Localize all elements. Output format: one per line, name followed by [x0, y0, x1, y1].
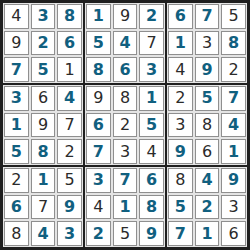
solved-digit: 9	[93, 90, 103, 106]
sudoku-cell[interactable]: 9	[221, 168, 246, 193]
sudoku-cell[interactable]: 2	[31, 31, 56, 56]
sudoku-cell[interactable]: 2	[195, 195, 220, 220]
sudoku-cell[interactable]: 1	[168, 31, 193, 56]
sudoku-cell[interactable]: 9	[195, 57, 220, 82]
sudoku-cell[interactable]: 4	[86, 195, 111, 220]
sudoku-cell[interactable]: 9	[57, 195, 82, 220]
sudoku-cell[interactable]: 4	[139, 139, 164, 164]
given-digit: 3	[93, 172, 104, 188]
sudoku-cell[interactable]: 7	[139, 31, 164, 56]
sudoku-cell[interactable]: 3	[168, 113, 193, 138]
given-digit: 6	[64, 35, 75, 51]
sudoku-cell[interactable]: 9	[139, 221, 164, 246]
given-digit: 1	[201, 226, 212, 242]
solved-digit: 2	[65, 144, 75, 160]
sudoku-cell[interactable]: 9	[31, 113, 56, 138]
solved-digit: 2	[175, 90, 185, 106]
sudoku-cell[interactable]: 6	[86, 113, 111, 138]
sudoku-cell[interactable]: 7	[113, 168, 138, 193]
solved-digit: 8	[11, 226, 21, 242]
sudoku-cell[interactable]: 9	[86, 86, 111, 111]
given-digit: 6	[11, 199, 22, 215]
sudoku-cell[interactable]: 6	[221, 221, 246, 246]
sudoku-cell[interactable]: 3	[31, 4, 56, 29]
given-digit: 3	[146, 62, 157, 78]
given-digit: 9	[146, 226, 157, 242]
given-digit: 1	[37, 172, 48, 188]
given-digit: 6	[175, 8, 186, 24]
sudoku-cell[interactable]: 8	[86, 57, 111, 82]
given-digit: 5	[93, 35, 104, 51]
solved-digit: 7	[65, 117, 75, 133]
solved-digit: 9	[38, 117, 48, 133]
sudoku-cell[interactable]: 3	[4, 86, 29, 111]
solved-digit: 4	[11, 8, 21, 24]
solved-digit: 8	[175, 172, 185, 188]
given-digit: 1	[175, 35, 186, 51]
given-digit: 3	[37, 8, 48, 24]
sudoku-box: 364197582	[3, 85, 83, 165]
solved-digit: 2	[229, 62, 239, 78]
given-digit: 6	[93, 117, 104, 133]
sudoku-cell[interactable]: 7	[168, 221, 193, 246]
sudoku-cell[interactable]: 8	[57, 4, 82, 29]
sudoku-cell[interactable]: 6	[31, 86, 56, 111]
given-digit: 7	[11, 62, 22, 78]
sudoku-cell[interactable]: 1	[139, 86, 164, 111]
solved-digit: 6	[229, 226, 239, 242]
sudoku-cell[interactable]: 7	[4, 57, 29, 82]
sudoku-cell[interactable]: 2	[221, 57, 246, 82]
given-digit: 7	[93, 144, 104, 160]
sudoku-cell[interactable]: 1	[113, 195, 138, 220]
sudoku-box: 438926751	[3, 3, 83, 83]
given-digit: 5	[37, 62, 48, 78]
sudoku-cell[interactable]: 3	[195, 31, 220, 56]
solved-digit: 2	[120, 117, 130, 133]
given-digit: 4	[201, 172, 212, 188]
solved-digit: 7	[38, 199, 48, 215]
sudoku-board: 4389267511925478636751384923641975829816…	[0, 0, 250, 250]
given-digit: 5	[11, 144, 22, 160]
given-digit: 9	[64, 199, 75, 215]
sudoku-cell[interactable]: 6	[57, 31, 82, 56]
given-digit: 4	[64, 90, 75, 106]
solved-digit: 1	[65, 62, 75, 78]
solved-digit: 3	[202, 35, 212, 51]
sudoku-cell[interactable]: 2	[4, 168, 29, 193]
given-digit: 7	[175, 226, 186, 242]
sudoku-cell[interactable]: 7	[221, 86, 246, 111]
solved-digit: 5	[65, 172, 75, 188]
sudoku-cell[interactable]: 6	[139, 168, 164, 193]
given-digit: 7	[201, 8, 212, 24]
solved-digit: 3	[229, 199, 239, 215]
sudoku-cell[interactable]: 8	[195, 113, 220, 138]
sudoku-cell[interactable]: 1	[31, 168, 56, 193]
sudoku-cell[interactable]: 5	[195, 86, 220, 111]
sudoku-cell[interactable]: 4	[195, 168, 220, 193]
sudoku-cell[interactable]: 2	[57, 139, 82, 164]
sudoku-cell[interactable]: 6	[4, 195, 29, 220]
sudoku-cell[interactable]: 5	[57, 168, 82, 193]
sudoku-cell[interactable]: 6	[168, 4, 193, 29]
given-digit: 3	[64, 226, 75, 242]
sudoku-cell[interactable]: 1	[221, 139, 246, 164]
given-digit: 1	[11, 117, 22, 133]
sudoku-box: 215679843	[3, 167, 83, 247]
solved-digit: 8	[120, 90, 130, 106]
sudoku-cell[interactable]: 2	[113, 113, 138, 138]
sudoku-cell[interactable]: 2	[86, 221, 111, 246]
solved-digit: 6	[202, 144, 212, 160]
given-digit: 8	[146, 199, 157, 215]
sudoku-box: 675138492	[167, 3, 247, 83]
sudoku-box: 376418259	[85, 167, 165, 247]
given-digit: 4	[37, 226, 48, 242]
sudoku-cell[interactable]: 3	[57, 221, 82, 246]
sudoku-cell[interactable]: 9	[168, 139, 193, 164]
given-digit: 1	[146, 90, 157, 106]
solved-digit: 5	[120, 226, 130, 242]
sudoku-cell[interactable]: 5	[168, 195, 193, 220]
sudoku-cell[interactable]: 8	[168, 168, 193, 193]
sudoku-cell[interactable]: 4	[57, 86, 82, 111]
sudoku-cell[interactable]: 6	[195, 139, 220, 164]
sudoku-cell[interactable]: 9	[4, 31, 29, 56]
sudoku-cell[interactable]: 3	[221, 195, 246, 220]
sudoku-cell[interactable]: 1	[195, 221, 220, 246]
sudoku-cell[interactable]: 1	[57, 57, 82, 82]
solved-digit: 4	[93, 199, 103, 215]
solved-digit: 4	[147, 144, 157, 160]
given-digit: 8	[37, 144, 48, 160]
solved-digit: 2	[11, 172, 21, 188]
sudoku-cell[interactable]: 4	[4, 4, 29, 29]
sudoku-cell[interactable]: 5	[86, 31, 111, 56]
sudoku-cell[interactable]: 4	[221, 113, 246, 138]
sudoku-cell[interactable]: 7	[195, 4, 220, 29]
sudoku-cell[interactable]: 8	[221, 31, 246, 56]
solved-digit: 5	[229, 8, 239, 24]
sudoku-cell[interactable]: 2	[168, 86, 193, 111]
given-digit: 1	[93, 8, 104, 24]
given-digit: 9	[228, 172, 239, 188]
sudoku-cell[interactable]: 3	[139, 57, 164, 82]
given-digit: 4	[119, 35, 130, 51]
solved-digit: 9	[11, 35, 21, 51]
given-digit: 1	[228, 144, 239, 160]
sudoku-cell[interactable]: 7	[31, 195, 56, 220]
sudoku-cell[interactable]: 5	[139, 113, 164, 138]
solved-digit: 8	[202, 117, 212, 133]
sudoku-cell[interactable]: 8	[113, 86, 138, 111]
sudoku-cell[interactable]: 5	[113, 221, 138, 246]
sudoku-cell[interactable]: 5	[221, 4, 246, 29]
sudoku-box: 849523716	[167, 167, 247, 247]
given-digit: 8	[228, 35, 239, 51]
sudoku-cell[interactable]: 1	[4, 113, 29, 138]
given-digit: 2	[93, 226, 104, 242]
sudoku-cell[interactable]: 4	[168, 57, 193, 82]
solved-digit: 3	[120, 144, 130, 160]
given-digit: 8	[64, 8, 75, 24]
sudoku-cell[interactable]: 6	[113, 57, 138, 82]
sudoku-cell[interactable]: 8	[139, 195, 164, 220]
solved-digit: 9	[120, 8, 130, 24]
given-digit: 2	[201, 199, 212, 215]
given-digit: 7	[119, 172, 130, 188]
sudoku-cell[interactable]: 3	[113, 139, 138, 164]
sudoku-cell[interactable]: 7	[57, 113, 82, 138]
sudoku-cell[interactable]: 5	[4, 139, 29, 164]
sudoku-cell[interactable]: 4	[31, 221, 56, 246]
sudoku-box: 257384961	[167, 85, 247, 165]
solved-digit: 3	[175, 117, 185, 133]
given-digit: 2	[146, 8, 157, 24]
sudoku-cell[interactable]: 1	[86, 4, 111, 29]
given-digit: 3	[11, 90, 22, 106]
sudoku-cell[interactable]: 8	[31, 139, 56, 164]
given-digit: 9	[201, 62, 212, 78]
sudoku-box: 981625734	[85, 85, 165, 165]
sudoku-cell[interactable]: 7	[86, 139, 111, 164]
sudoku-cell[interactable]: 4	[113, 31, 138, 56]
sudoku-cell[interactable]: 2	[139, 4, 164, 29]
given-digit: 6	[119, 62, 130, 78]
given-digit: 6	[146, 172, 157, 188]
given-digit: 5	[146, 117, 157, 133]
given-digit: 5	[201, 90, 212, 106]
given-digit: 9	[175, 144, 186, 160]
solved-digit: 4	[175, 62, 185, 78]
given-digit: 8	[93, 62, 104, 78]
solved-digit: 6	[38, 90, 48, 106]
sudoku-cell[interactable]: 3	[86, 168, 111, 193]
given-digit: 1	[119, 199, 130, 215]
given-digit: 5	[175, 199, 186, 215]
sudoku-cell[interactable]: 5	[31, 57, 56, 82]
given-digit: 7	[228, 90, 239, 106]
sudoku-cell[interactable]: 8	[4, 221, 29, 246]
sudoku-box: 192547863	[85, 3, 165, 83]
sudoku-cell[interactable]: 9	[113, 4, 138, 29]
solved-digit: 7	[147, 35, 157, 51]
given-digit: 2	[37, 35, 48, 51]
given-digit: 4	[228, 117, 239, 133]
